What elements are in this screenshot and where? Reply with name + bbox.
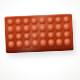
pit-r1-c2[interactable] <box>15 18 22 25</box>
pit-r1-c8[interactable] <box>63 16 70 23</box>
pit-r2-c5[interactable] <box>39 25 46 32</box>
pit-r2-c7[interactable] <box>55 24 62 31</box>
pit-r4-c1[interactable] <box>8 41 15 48</box>
pit-r3-c7[interactable] <box>56 31 63 38</box>
pit-r4-c6[interactable] <box>48 39 55 46</box>
pit-r4-c5[interactable] <box>40 40 47 47</box>
pit-r2-c4[interactable] <box>31 25 38 32</box>
pit-r2-c3[interactable] <box>23 25 30 32</box>
pit-r3-c8[interactable] <box>64 31 71 38</box>
pit-r4-c4[interactable] <box>32 40 39 47</box>
pit-r3-c1[interactable] <box>8 34 15 41</box>
pit-r2-c1[interactable] <box>7 26 14 33</box>
pit-r4-c2[interactable] <box>16 41 23 48</box>
pit-r3-c5[interactable] <box>40 32 47 39</box>
pit-r1-c3[interactable] <box>23 18 30 25</box>
pit-r3-c2[interactable] <box>16 33 23 40</box>
pit-r1-c6[interactable] <box>47 17 54 24</box>
pit-r4-c8[interactable] <box>64 39 71 46</box>
mancala-board <box>4 14 74 54</box>
pit-r4-c7[interactable] <box>56 39 63 46</box>
pit-r1-c5[interactable] <box>39 17 46 24</box>
pit-grid <box>6 16 71 49</box>
pit-r2-c2[interactable] <box>15 26 22 33</box>
pit-r4-c3[interactable] <box>24 40 31 47</box>
pit-r1-c1[interactable] <box>7 19 14 26</box>
pit-r1-c7[interactable] <box>55 17 62 24</box>
pit-r1-c4[interactable] <box>31 18 38 25</box>
photo-background <box>0 0 80 80</box>
pit-r2-c6[interactable] <box>47 24 54 31</box>
pit-r3-c6[interactable] <box>48 32 55 39</box>
pit-r3-c3[interactable] <box>24 33 31 40</box>
pit-r3-c4[interactable] <box>32 33 39 40</box>
pit-r2-c8[interactable] <box>63 24 70 31</box>
